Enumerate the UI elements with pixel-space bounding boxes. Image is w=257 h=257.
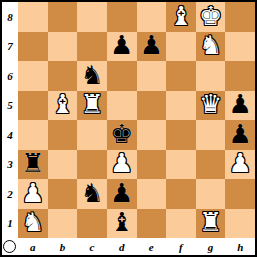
square-h7[interactable]	[225, 32, 255, 62]
square-e3[interactable]	[137, 150, 167, 180]
piece-white-knight[interactable]: ♞	[21, 209, 44, 235]
square-e6[interactable]	[137, 61, 167, 91]
square-f6[interactable]	[166, 61, 196, 91]
square-a5[interactable]	[18, 91, 48, 121]
square-h3[interactable]: ♟	[225, 150, 255, 180]
piece-black-pawn[interactable]: ♟	[229, 121, 252, 147]
rank-label-6: 6	[2, 61, 18, 91]
square-g6[interactable]	[196, 61, 226, 91]
chess-diagram: 8♝♚7♟♟♞6♞5♝♜♛♟4♚♟3♜♟♟2♟♞♟1♞♝♜abcdefgh	[0, 0, 257, 257]
square-e7[interactable]: ♟	[137, 32, 167, 62]
square-b4[interactable]	[48, 120, 78, 150]
rank-label-8: 8	[2, 2, 18, 32]
piece-white-pawn[interactable]: ♟	[110, 150, 133, 176]
square-c6[interactable]: ♞	[77, 61, 107, 91]
file-label-e: e	[137, 238, 167, 255]
square-b3[interactable]	[48, 150, 78, 180]
file-label-c: c	[77, 238, 107, 255]
square-f7[interactable]	[166, 32, 196, 62]
piece-black-king[interactable]: ♚	[110, 121, 133, 147]
piece-white-knight[interactable]: ♞	[199, 32, 222, 58]
piece-black-knight[interactable]: ♞	[80, 180, 103, 206]
square-b8[interactable]	[48, 2, 78, 32]
square-h1[interactable]	[225, 209, 255, 239]
square-e4[interactable]	[137, 120, 167, 150]
square-f8[interactable]: ♝	[166, 2, 196, 32]
square-a4[interactable]	[18, 120, 48, 150]
square-h2[interactable]	[225, 179, 255, 209]
piece-black-bishop[interactable]: ♝	[110, 209, 133, 235]
square-f4[interactable]	[166, 120, 196, 150]
file-label-a: a	[18, 238, 48, 255]
piece-white-rook[interactable]: ♜	[80, 91, 103, 117]
side-to-move-corner	[2, 238, 18, 255]
square-a2[interactable]: ♟	[18, 179, 48, 209]
square-g1[interactable]: ♜	[196, 209, 226, 239]
file-label-g: g	[196, 238, 226, 255]
piece-white-bishop[interactable]: ♝	[51, 91, 74, 117]
square-h8[interactable]	[225, 2, 255, 32]
square-d3[interactable]: ♟	[107, 150, 137, 180]
piece-white-pawn[interactable]: ♟	[21, 180, 44, 206]
square-c1[interactable]	[77, 209, 107, 239]
piece-black-pawn[interactable]: ♟	[229, 91, 252, 117]
piece-black-pawn[interactable]: ♟	[110, 180, 133, 206]
chess-board: 8♝♚7♟♟♞6♞5♝♜♛♟4♚♟3♜♟♟2♟♞♟1♞♝♜abcdefgh	[2, 2, 255, 255]
rank-label-7: 7	[2, 32, 18, 62]
square-c2[interactable]: ♞	[77, 179, 107, 209]
square-a6[interactable]	[18, 61, 48, 91]
rank-label-5: 5	[2, 91, 18, 121]
square-d1[interactable]: ♝	[107, 209, 137, 239]
square-f5[interactable]	[166, 91, 196, 121]
piece-white-queen[interactable]: ♛	[199, 91, 222, 117]
piece-black-pawn[interactable]: ♟	[110, 32, 133, 58]
square-d7[interactable]: ♟	[107, 32, 137, 62]
file-label-b: b	[48, 238, 78, 255]
square-b5[interactable]: ♝	[48, 91, 78, 121]
square-b7[interactable]	[48, 32, 78, 62]
square-e1[interactable]	[137, 209, 167, 239]
square-a8[interactable]	[18, 2, 48, 32]
square-c4[interactable]	[77, 120, 107, 150]
file-label-f: f	[166, 238, 196, 255]
square-d4[interactable]: ♚	[107, 120, 137, 150]
square-f2[interactable]	[166, 179, 196, 209]
file-label-h: h	[225, 238, 255, 255]
square-d5[interactable]	[107, 91, 137, 121]
piece-white-rook[interactable]: ♜	[199, 209, 222, 235]
square-g8[interactable]: ♚	[196, 2, 226, 32]
square-h6[interactable]	[225, 61, 255, 91]
square-c5[interactable]: ♜	[77, 91, 107, 121]
square-c7[interactable]	[77, 32, 107, 62]
square-h5[interactable]: ♟	[225, 91, 255, 121]
square-b6[interactable]	[48, 61, 78, 91]
piece-white-bishop[interactable]: ♝	[169, 3, 192, 29]
square-d6[interactable]	[107, 61, 137, 91]
square-f1[interactable]	[166, 209, 196, 239]
square-g7[interactable]: ♞	[196, 32, 226, 62]
square-a1[interactable]: ♞	[18, 209, 48, 239]
square-d2[interactable]: ♟	[107, 179, 137, 209]
piece-white-king[interactable]: ♚	[199, 3, 222, 29]
piece-black-knight[interactable]: ♞	[80, 62, 103, 88]
square-a7[interactable]	[18, 32, 48, 62]
file-label-d: d	[107, 238, 137, 255]
rank-label-4: 4	[2, 120, 18, 150]
square-a3[interactable]: ♜	[18, 150, 48, 180]
square-g5[interactable]: ♛	[196, 91, 226, 121]
square-g4[interactable]	[196, 120, 226, 150]
rank-label-1: 1	[2, 209, 18, 239]
piece-black-pawn[interactable]: ♟	[140, 32, 163, 58]
square-b1[interactable]	[48, 209, 78, 239]
square-e2[interactable]	[137, 179, 167, 209]
rank-label-3: 3	[2, 150, 18, 180]
square-h4[interactable]: ♟	[225, 120, 255, 150]
square-c3[interactable]	[77, 150, 107, 180]
piece-black-rook[interactable]: ♜	[21, 150, 44, 176]
square-e8[interactable]	[137, 2, 167, 32]
square-b2[interactable]	[48, 179, 78, 209]
square-e5[interactable]	[137, 91, 167, 121]
square-g3[interactable]	[196, 150, 226, 180]
rank-label-2: 2	[2, 179, 18, 209]
square-g2[interactable]	[196, 179, 226, 209]
side-to-move-indicator	[3, 240, 16, 253]
square-c8[interactable]	[77, 2, 107, 32]
square-f3[interactable]	[166, 150, 196, 180]
square-d8[interactable]	[107, 2, 137, 32]
piece-white-pawn[interactable]: ♟	[229, 150, 252, 176]
